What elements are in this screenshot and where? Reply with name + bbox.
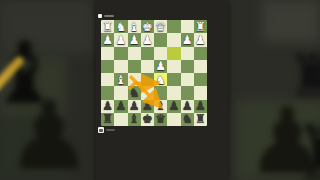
square-b5[interactable] <box>181 73 194 86</box>
blurred-rook-icon: ♜ <box>292 116 320 180</box>
piece-black-a7[interactable]: ♟ <box>194 100 207 113</box>
square-a1[interactable]: ♜ <box>194 20 207 33</box>
square-b2[interactable]: ♟ <box>181 33 194 46</box>
square-e7[interactable]: ♟ <box>141 100 154 113</box>
square-b4[interactable] <box>181 60 194 73</box>
square-g6[interactable] <box>114 86 127 99</box>
square-h8[interactable]: ♜ <box>101 113 114 126</box>
piece-white-g1[interactable]: ♞ <box>114 20 127 33</box>
square-b7[interactable]: ♟ <box>181 100 194 113</box>
piece-white-b2[interactable]: ♟ <box>181 33 194 46</box>
square-g5[interactable]: ♝ <box>114 73 127 86</box>
square-c2[interactable] <box>167 33 180 46</box>
square-d5[interactable]: ♞ <box>154 73 167 86</box>
square-g8[interactable] <box>114 113 127 126</box>
piece-white-g2[interactable]: ♟ <box>114 33 127 46</box>
piece-black-h7[interactable]: ♟ <box>101 100 114 113</box>
piece-black-f7[interactable]: ♟ <box>128 100 141 113</box>
square-c1[interactable] <box>167 20 180 33</box>
square-d2[interactable] <box>154 33 167 46</box>
square-h1[interactable]: ♜ <box>101 20 114 33</box>
square-e3[interactable] <box>141 47 154 60</box>
square-e1[interactable]: ♚ <box>141 20 154 33</box>
square-g3[interactable] <box>114 47 127 60</box>
square-f7[interactable]: ♟ <box>128 100 141 113</box>
square-g2[interactable]: ♟ <box>114 33 127 46</box>
square-e6[interactable] <box>141 86 154 99</box>
piece-white-d5[interactable]: ♞ <box>154 73 167 86</box>
app-screen: ♜♞♝♚♛♜♟♟♟♟♟♟♟♝♞♞♟♟♟♟♝♟♟♟♜♝♚♛♞♜ <box>96 0 228 180</box>
square-h4[interactable] <box>101 60 114 73</box>
piece-black-h8[interactable]: ♜ <box>101 113 114 126</box>
chess-board[interactable]: ♜♞♝♚♛♜♟♟♟♟♟♟♟♝♞♞♟♟♟♟♝♟♟♟♜♝♚♛♞♜ <box>101 20 207 126</box>
blur-patch <box>262 0 320 42</box>
square-f8[interactable]: ♝ <box>128 113 141 126</box>
square-h6[interactable] <box>101 86 114 99</box>
piece-black-f6[interactable]: ♞ <box>128 86 141 99</box>
blurred-pawn-icon: ♟ <box>6 88 92 180</box>
square-c3[interactable] <box>167 47 180 60</box>
piece-white-h1[interactable]: ♜ <box>101 20 114 33</box>
piece-black-b7[interactable]: ♟ <box>181 100 194 113</box>
piece-black-b8[interactable]: ♞ <box>181 113 194 126</box>
square-f3[interactable] <box>128 47 141 60</box>
square-e2[interactable]: ♟ <box>141 33 154 46</box>
blurred-background-right: ♜ ♟ ♜ <box>228 0 320 180</box>
square-g1[interactable]: ♞ <box>114 20 127 33</box>
square-d3[interactable] <box>154 47 167 60</box>
piece-black-c7[interactable]: ♟ <box>167 100 180 113</box>
piece-white-e1[interactable]: ♚ <box>141 20 154 33</box>
square-h7[interactable]: ♟ <box>101 100 114 113</box>
square-b6[interactable] <box>181 86 194 99</box>
square-d7[interactable]: ♝ <box>154 100 167 113</box>
top-player-avatar[interactable] <box>98 14 102 18</box>
square-h3[interactable] <box>101 47 114 60</box>
square-d6[interactable] <box>154 86 167 99</box>
square-a2[interactable]: ♟ <box>194 33 207 46</box>
square-d1[interactable]: ♛ <box>154 20 167 33</box>
piece-white-e2[interactable]: ♟ <box>141 33 154 46</box>
square-b1[interactable] <box>181 20 194 33</box>
square-a7[interactable]: ♟ <box>194 100 207 113</box>
square-a5[interactable] <box>194 73 207 86</box>
square-c5[interactable] <box>167 73 180 86</box>
square-h5[interactable] <box>101 73 114 86</box>
square-a6[interactable] <box>194 86 207 99</box>
piece-black-e7[interactable]: ♟ <box>141 100 154 113</box>
video-frame: ♝ ♟ ♜ ♟ ♜ ♜♞♝♚♛♜♟♟♟♟♟♟♟♝♞♞♟♟♟♟♝♟♟♟♜♝♚♛♞♜ <box>0 0 320 180</box>
square-f5[interactable] <box>128 73 141 86</box>
square-g4[interactable] <box>114 60 127 73</box>
piece-white-f2[interactable]: ♟ <box>128 33 141 46</box>
square-c7[interactable]: ♟ <box>167 100 180 113</box>
piece-white-h2[interactable]: ♟ <box>101 33 114 46</box>
piece-black-e8[interactable]: ♚ <box>141 113 154 126</box>
top-player-bar <box>98 14 114 18</box>
bottom-player-avatar[interactable] <box>98 127 104 133</box>
square-c6[interactable] <box>167 86 180 99</box>
square-c4[interactable] <box>167 60 180 73</box>
square-a8[interactable]: ♜ <box>194 113 207 126</box>
piece-white-a1[interactable]: ♜ <box>194 20 207 33</box>
piece-white-f1[interactable]: ♝ <box>128 20 141 33</box>
piece-white-d4[interactable]: ♟ <box>154 60 167 73</box>
square-e4[interactable] <box>141 60 154 73</box>
bottom-player-bar <box>98 127 115 133</box>
piece-black-g7[interactable]: ♟ <box>114 100 127 113</box>
square-f6[interactable]: ♞ <box>128 86 141 99</box>
piece-black-d7[interactable]: ♝ <box>154 100 167 113</box>
piece-white-g5[interactable]: ♝ <box>114 73 127 86</box>
square-b3[interactable] <box>181 47 194 60</box>
piece-black-a8[interactable]: ♜ <box>194 113 207 126</box>
piece-black-d8[interactable]: ♛ <box>154 113 167 126</box>
square-d4[interactable]: ♟ <box>154 60 167 73</box>
piece-white-d1[interactable]: ♛ <box>154 20 167 33</box>
square-a3[interactable] <box>194 47 207 60</box>
square-f4[interactable] <box>128 60 141 73</box>
square-d8[interactable]: ♛ <box>154 113 167 126</box>
square-b8[interactable]: ♞ <box>181 113 194 126</box>
bottom-player-name <box>106 129 115 131</box>
piece-white-a2[interactable]: ♟ <box>194 33 207 46</box>
square-e8[interactable]: ♚ <box>141 113 154 126</box>
piece-black-f8[interactable]: ♝ <box>128 113 141 126</box>
square-a4[interactable] <box>194 60 207 73</box>
square-h2[interactable]: ♟ <box>101 33 114 46</box>
square-f1[interactable]: ♝ <box>128 20 141 33</box>
blurred-background-left: ♝ ♟ <box>0 0 96 180</box>
square-e5[interactable] <box>141 73 154 86</box>
square-c8[interactable] <box>167 113 180 126</box>
top-player-name <box>104 15 114 17</box>
square-f2[interactable]: ♟ <box>128 33 141 46</box>
square-g7[interactable]: ♟ <box>114 100 127 113</box>
